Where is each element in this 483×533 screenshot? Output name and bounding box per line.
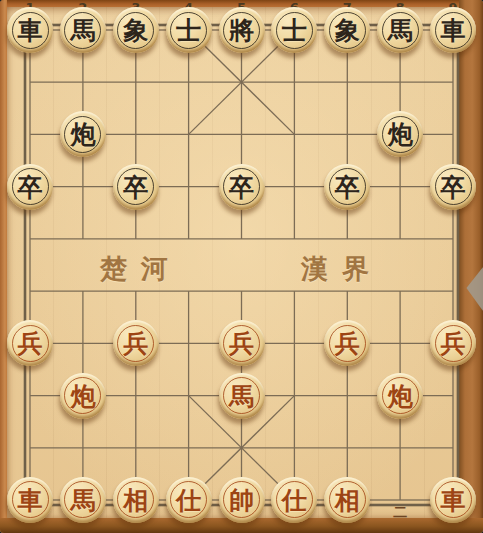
piece-glyph: 兵 — [18, 330, 43, 356]
piece-ring — [223, 377, 260, 414]
piece-glyph: 車 — [18, 17, 43, 43]
point-d7[interactable] — [177, 384, 201, 408]
point-c2[interactable] — [124, 122, 148, 146]
point-f1[interactable] — [282, 70, 306, 94]
piece-red-soldier-i6[interactable]: 兵 — [430, 320, 476, 366]
point-e2[interactable] — [230, 122, 254, 146]
point-a2[interactable] — [18, 122, 42, 146]
piece-black-advisor-f0[interactable]: 士 — [271, 7, 317, 53]
piece-glyph: 兵 — [335, 330, 360, 356]
piece-glyph: 馬 — [229, 383, 254, 409]
point-h3[interactable] — [388, 175, 412, 199]
point-f3[interactable] — [282, 175, 306, 199]
board-frame-left — [0, 0, 7, 533]
piece-ring — [117, 325, 154, 362]
point-g5[interactable] — [335, 279, 359, 303]
piece-glyph: 士 — [282, 17, 307, 43]
piece-black-soldier-a3[interactable]: 卒 — [7, 164, 53, 210]
piece-black-soldier-c3[interactable]: 卒 — [113, 164, 159, 210]
piece-ring — [170, 12, 207, 49]
point-c8[interactable] — [124, 436, 148, 460]
point-h6[interactable] — [388, 331, 412, 355]
point-b5[interactable] — [71, 279, 95, 303]
piece-ring — [329, 325, 366, 362]
point-h8[interactable] — [388, 436, 412, 460]
piece-glyph: 車 — [18, 487, 43, 513]
piece-black-elephant-g0[interactable]: 象 — [324, 7, 370, 53]
piece-ring — [12, 325, 49, 362]
piece-ring — [435, 481, 472, 518]
point-d1[interactable] — [177, 70, 201, 94]
point-f8[interactable] — [282, 436, 306, 460]
piece-ring — [382, 12, 419, 49]
piece-glyph: 車 — [441, 17, 466, 43]
piece-black-chariot-i0[interactable]: 車 — [430, 7, 476, 53]
point-e4[interactable] — [230, 227, 254, 251]
point-d4[interactable] — [177, 227, 201, 251]
piece-glyph: 炮 — [70, 383, 95, 409]
piece-glyph: 炮 — [70, 121, 95, 147]
piece-red-soldier-a6[interactable]: 兵 — [7, 320, 53, 366]
point-g7[interactable] — [335, 384, 359, 408]
point-d2[interactable] — [177, 122, 201, 146]
point-g1[interactable] — [335, 70, 359, 94]
piece-glyph: 仕 — [176, 487, 201, 513]
piece-black-cannon-b2[interactable]: 炮 — [60, 111, 106, 157]
point-f7[interactable] — [282, 384, 306, 408]
point-b6[interactable] — [71, 331, 95, 355]
piece-glyph: 卒 — [123, 174, 148, 200]
point-f6[interactable] — [282, 331, 306, 355]
piece-glyph: 卒 — [229, 174, 254, 200]
piece-red-horse-e7[interactable]: 馬 — [219, 373, 265, 419]
point-c7[interactable] — [124, 384, 148, 408]
piece-glyph: 兵 — [229, 330, 254, 356]
piece-ring — [12, 168, 49, 205]
piece-ring — [435, 12, 472, 49]
piece-red-soldier-g6[interactable]: 兵 — [324, 320, 370, 366]
point-b4[interactable] — [71, 227, 95, 251]
point-h1[interactable] — [388, 70, 412, 94]
point-a4[interactable] — [18, 227, 42, 251]
piece-ring — [382, 116, 419, 153]
piece-ring — [382, 377, 419, 414]
piece-red-chariot-a9[interactable]: 車 — [7, 477, 53, 523]
point-f2[interactable] — [282, 122, 306, 146]
piece-ring — [170, 481, 207, 518]
piece-ring — [276, 481, 313, 518]
point-h9[interactable] — [388, 488, 412, 512]
piece-glyph: 車 — [441, 487, 466, 513]
point-i4[interactable] — [441, 227, 465, 251]
point-d3[interactable] — [177, 175, 201, 199]
piece-ring — [12, 481, 49, 518]
piece-ring — [64, 481, 101, 518]
point-h5[interactable] — [388, 279, 412, 303]
piece-glyph: 炮 — [388, 121, 413, 147]
piece-black-advisor-d0[interactable]: 士 — [166, 7, 212, 53]
piece-red-elephant-g9[interactable]: 相 — [324, 477, 370, 523]
point-g4[interactable] — [335, 227, 359, 251]
point-h4[interactable] — [388, 227, 412, 251]
point-c1[interactable] — [124, 70, 148, 94]
piece-black-elephant-c0[interactable]: 象 — [113, 7, 159, 53]
piece-ring — [117, 12, 154, 49]
point-d6[interactable] — [177, 331, 201, 355]
point-g2[interactable] — [335, 122, 359, 146]
point-f5[interactable] — [282, 279, 306, 303]
piece-black-cannon-h2[interactable]: 炮 — [377, 111, 423, 157]
piece-ring — [435, 325, 472, 362]
piece-red-advisor-d9[interactable]: 仕 — [166, 477, 212, 523]
piece-glyph: 馬 — [388, 17, 413, 43]
piece-red-cannon-h7[interactable]: 炮 — [377, 373, 423, 419]
piece-glyph: 兵 — [441, 330, 466, 356]
piece-ring — [435, 168, 472, 205]
piece-black-soldier-g3[interactable]: 卒 — [324, 164, 370, 210]
piece-ring — [329, 12, 366, 49]
point-i5[interactable] — [441, 279, 465, 303]
point-d8[interactable] — [177, 436, 201, 460]
piece-glyph: 帥 — [229, 487, 254, 513]
piece-ring — [223, 481, 260, 518]
piece-black-horse-h0[interactable]: 馬 — [377, 7, 423, 53]
piece-black-general-e0[interactable]: 將 — [219, 7, 265, 53]
piece-glyph: 卒 — [18, 174, 43, 200]
piece-red-soldier-c6[interactable]: 兵 — [113, 320, 159, 366]
point-i2[interactable] — [441, 122, 465, 146]
xiangqi-board: 楚河 漢界 123456789 九八七六五四三二一 車馬象士將士象馬車炮炮卒卒卒… — [0, 0, 483, 533]
point-b1[interactable] — [71, 70, 95, 94]
point-e8[interactable] — [230, 436, 254, 460]
piece-glyph: 仕 — [282, 487, 307, 513]
piece-ring — [329, 168, 366, 205]
piece-glyph: 炮 — [388, 383, 413, 409]
piece-ring — [12, 12, 49, 49]
piece-glyph: 兵 — [123, 330, 148, 356]
piece-glyph: 將 — [229, 17, 254, 43]
piece-ring — [64, 377, 101, 414]
piece-ring — [117, 481, 154, 518]
point-a7[interactable] — [18, 384, 42, 408]
point-f4[interactable] — [282, 227, 306, 251]
piece-ring — [64, 116, 101, 153]
point-i7[interactable] — [441, 384, 465, 408]
piece-glyph: 象 — [123, 17, 148, 43]
point-i8[interactable] — [441, 436, 465, 460]
piece-red-cannon-b7[interactable]: 炮 — [60, 373, 106, 419]
piece-ring — [329, 481, 366, 518]
point-a5[interactable] — [18, 279, 42, 303]
point-i1[interactable] — [441, 70, 465, 94]
piece-glyph: 相 — [335, 487, 360, 513]
point-g8[interactable] — [335, 436, 359, 460]
piece-ring — [223, 12, 260, 49]
piece-glyph: 士 — [176, 17, 201, 43]
piece-ring — [117, 168, 154, 205]
piece-red-general-e9[interactable]: 帥 — [219, 477, 265, 523]
point-c4[interactable] — [124, 227, 148, 251]
piece-ring — [223, 168, 260, 205]
piece-ring — [223, 325, 260, 362]
piece-black-soldier-i3[interactable]: 卒 — [430, 164, 476, 210]
piece-red-soldier-e6[interactable]: 兵 — [219, 320, 265, 366]
piece-ring — [64, 12, 101, 49]
piece-red-elephant-c9[interactable]: 相 — [113, 477, 159, 523]
piece-glyph: 卒 — [441, 174, 466, 200]
piece-glyph: 卒 — [335, 174, 360, 200]
piece-red-advisor-f9[interactable]: 仕 — [271, 477, 317, 523]
point-a1[interactable] — [18, 70, 42, 94]
point-e5[interactable] — [230, 279, 254, 303]
piece-glyph: 相 — [123, 487, 148, 513]
point-e1[interactable] — [230, 70, 254, 94]
piece-black-soldier-e3[interactable]: 卒 — [219, 164, 265, 210]
piece-black-chariot-a0[interactable]: 車 — [7, 7, 53, 53]
piece-glyph: 馬 — [70, 487, 95, 513]
point-c5[interactable] — [124, 279, 148, 303]
piece-glyph: 象 — [335, 17, 360, 43]
point-b3[interactable] — [71, 175, 95, 199]
board-frame-top — [0, 0, 483, 7]
point-b8[interactable] — [71, 436, 95, 460]
piece-ring — [276, 12, 313, 49]
point-a8[interactable] — [18, 436, 42, 460]
piece-black-horse-b0[interactable]: 馬 — [60, 7, 106, 53]
piece-red-horse-b9[interactable]: 馬 — [60, 477, 106, 523]
piece-red-chariot-i9[interactable]: 車 — [430, 477, 476, 523]
piece-glyph: 馬 — [70, 17, 95, 43]
point-d5[interactable] — [177, 279, 201, 303]
